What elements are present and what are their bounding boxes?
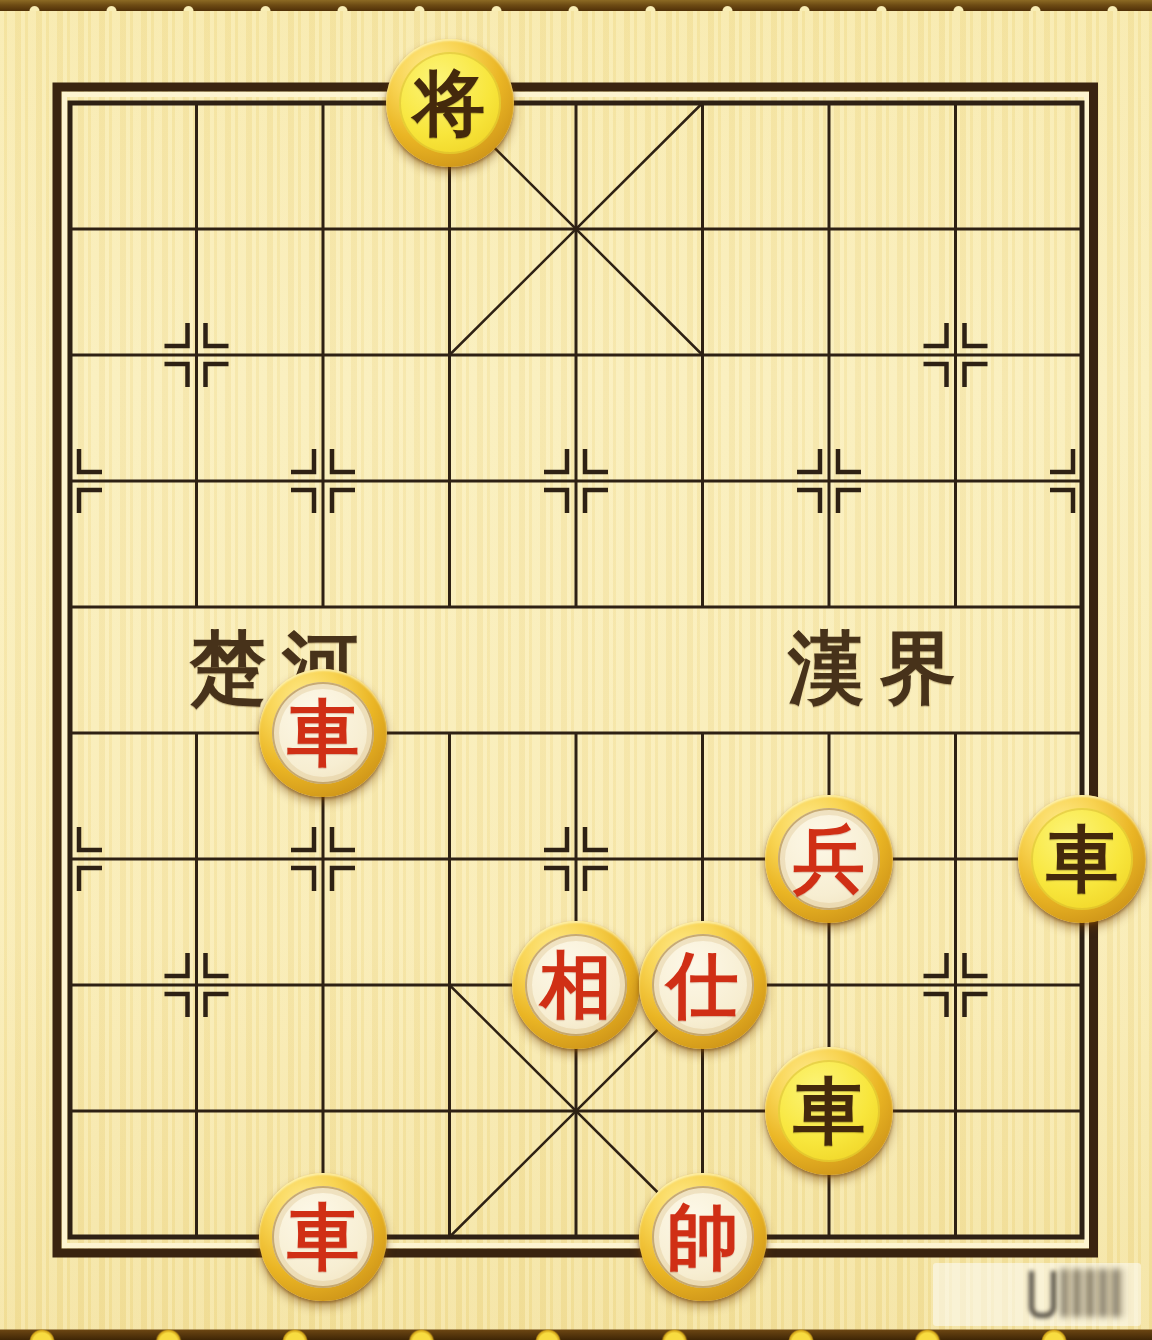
piece-tray-bottom [0,1322,1152,1340]
black-general-face: 将 [399,52,501,154]
black-chariot-1-face: 車 [1031,808,1133,910]
red-soldier-glyph: 兵 [793,823,865,895]
piece-tray-top [0,0,1152,11]
watermark-smudge [1061,1269,1125,1317]
black-chariot-2-glyph: 車 [793,1075,865,1147]
red-general-face: 帥 [652,1186,754,1288]
red-elephant[interactable]: 相 [512,921,640,1049]
red-elephant-face: 相 [525,934,627,1036]
red-chariot-1-glyph: 車 [287,697,359,769]
red-soldier[interactable]: 兵 [765,795,893,923]
red-general[interactable]: 帥 [639,1173,767,1301]
red-general-glyph: 帥 [667,1201,739,1273]
red-chariot-2-glyph: 車 [287,1201,359,1273]
black-chariot-1[interactable]: 車 [1018,795,1146,923]
red-soldier-face: 兵 [778,808,880,910]
red-elephant-glyph: 相 [540,949,612,1021]
red-chariot-2[interactable]: 車 [259,1173,387,1301]
black-general[interactable]: 将 [386,39,514,167]
red-chariot-2-face: 車 [272,1186,374,1288]
watermark-smudge [1029,1271,1056,1318]
red-chariot-1[interactable]: 車 [259,669,387,797]
black-chariot-2[interactable]: 車 [765,1047,893,1175]
pieces-grid[interactable]: 将車兵車相仕車車帥 [7,40,1146,1300]
red-chariot-1-face: 車 [272,682,374,784]
red-advisor-face: 仕 [652,934,754,1036]
black-chariot-2-face: 車 [778,1060,880,1162]
red-advisor-glyph: 仕 [667,949,739,1021]
red-advisor[interactable]: 仕 [639,921,767,1049]
watermark [933,1263,1141,1326]
black-general-glyph: 将 [414,67,486,139]
black-chariot-1-glyph: 車 [1046,823,1118,895]
xiangqi-board: 楚河 漢界 将車兵車相仕車車帥 [0,0,1152,1340]
